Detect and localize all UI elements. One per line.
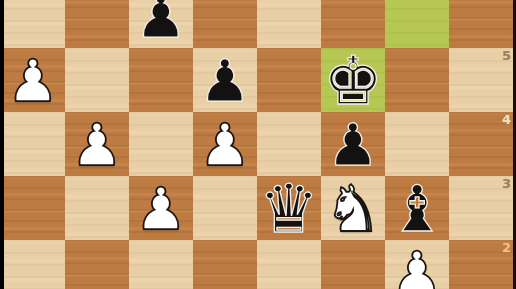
square-f2[interactable] [321, 240, 385, 289]
piece-white-pawn[interactable]: ♟ [135, 180, 187, 238]
square-c2[interactable] [129, 240, 193, 289]
chess-board: ♟♟♟♚♟♟♟♟♛♞♝♟ [1, 0, 513, 289]
piece-black-king[interactable]: ♚ [323, 48, 383, 115]
square-g6[interactable] [385, 0, 449, 48]
square-g2[interactable]: ♟ [385, 240, 449, 289]
square-d3[interactable] [193, 176, 257, 240]
square-f3[interactable]: ♞ [321, 176, 385, 240]
square-d2[interactable] [193, 240, 257, 289]
square-f5[interactable]: ♚ [321, 48, 385, 112]
piece-white-pawn[interactable]: ♟ [391, 244, 443, 289]
square-c3[interactable]: ♟ [129, 176, 193, 240]
piece-black-queen[interactable]: ♛ [259, 176, 319, 243]
piece-black-pawn[interactable]: ♟ [199, 52, 251, 110]
square-e6[interactable] [257, 0, 321, 48]
square-g3[interactable]: ♝ [385, 176, 449, 240]
square-a6[interactable] [1, 0, 65, 48]
square-e3[interactable]: ♛ [257, 176, 321, 240]
square-c4[interactable] [129, 112, 193, 176]
square-b3[interactable] [65, 176, 129, 240]
square-h6[interactable] [449, 0, 513, 48]
rank-label-2: 2 [497, 241, 511, 254]
square-e5[interactable] [257, 48, 321, 112]
square-b2[interactable] [65, 240, 129, 289]
piece-white-pawn[interactable]: ♟ [7, 52, 59, 110]
square-c5[interactable] [129, 48, 193, 112]
rank-label-3: 3 [497, 177, 511, 190]
square-f4[interactable]: ♟ [321, 112, 385, 176]
piece-white-knight[interactable]: ♞ [324, 177, 381, 241]
square-e2[interactable] [257, 240, 321, 289]
chess-board-viewport: ♟♟♟♚♟♟♟♟♛♞♝♟ 5432 [0, 0, 516, 289]
square-d6[interactable] [193, 0, 257, 48]
square-b4[interactable]: ♟ [65, 112, 129, 176]
square-a3[interactable] [1, 176, 65, 240]
square-e4[interactable] [257, 112, 321, 176]
piece-black-pawn[interactable]: ♟ [135, 0, 187, 46]
square-a2[interactable] [1, 240, 65, 289]
rank-label-4: 4 [497, 113, 511, 126]
piece-white-pawn[interactable]: ♟ [199, 116, 251, 174]
square-g5[interactable] [385, 48, 449, 112]
rank-label-5: 5 [497, 49, 511, 62]
square-a4[interactable] [1, 112, 65, 176]
square-d5[interactable]: ♟ [193, 48, 257, 112]
square-c6[interactable]: ♟ [129, 0, 193, 48]
square-d4[interactable]: ♟ [193, 112, 257, 176]
square-b5[interactable] [65, 48, 129, 112]
piece-black-bishop[interactable]: ♝ [388, 177, 445, 241]
square-g4[interactable] [385, 112, 449, 176]
square-b6[interactable] [65, 0, 129, 48]
piece-white-pawn[interactable]: ♟ [71, 116, 123, 174]
piece-black-pawn[interactable]: ♟ [327, 116, 379, 174]
square-a5[interactable]: ♟ [1, 48, 65, 112]
board-edge-left [0, 0, 4, 289]
